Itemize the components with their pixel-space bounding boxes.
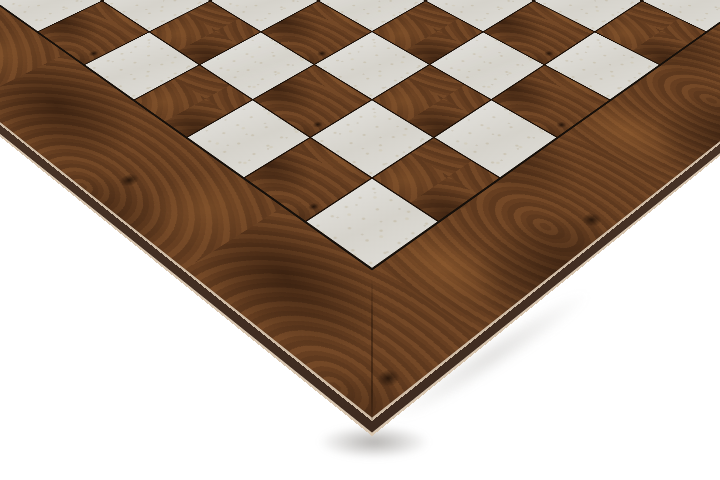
product-photo-stage <box>0 0 720 480</box>
board-scene <box>0 0 720 480</box>
frame-miter-joint <box>371 277 373 422</box>
chess-board <box>0 0 720 421</box>
